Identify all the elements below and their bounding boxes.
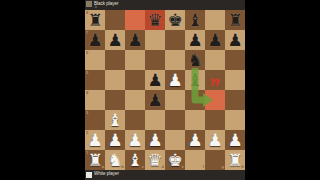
square-g3[interactable] — [205, 110, 225, 130]
piece-black-pawn[interactable]: ♟ — [105, 30, 125, 50]
square-f1[interactable]: f — [185, 150, 205, 170]
piece-white-pawn[interactable]: ♟ — [165, 70, 185, 90]
coordinate-label: 6 — [86, 51, 88, 55]
square-f2[interactable]: ♟ — [185, 130, 205, 150]
piece-black-pawn[interactable]: ♟ — [185, 30, 205, 50]
square-a4[interactable]: 4 — [85, 90, 105, 110]
piece-black-pawn[interactable]: ♟ — [85, 30, 105, 50]
square-b7[interactable]: ♟ — [105, 30, 125, 50]
square-f7[interactable]: ♟ — [185, 30, 205, 50]
square-h1[interactable]: h♜ — [225, 150, 245, 170]
piece-white-rook[interactable]: ♜ — [225, 150, 245, 170]
square-f4[interactable] — [185, 90, 205, 110]
square-a2[interactable]: 2♟ — [85, 130, 105, 150]
square-h2[interactable]: ♟ — [225, 130, 245, 150]
coordinate-label: 3 — [86, 111, 88, 115]
piece-white-pawn[interactable]: ♟ — [205, 130, 225, 150]
piece-black-king[interactable]: ♚ — [165, 10, 185, 30]
piece-white-pawn[interactable]: ♟ — [125, 130, 145, 150]
piece-white-king[interactable]: ♚ — [165, 150, 185, 170]
square-g1[interactable]: g — [205, 150, 225, 170]
piece-white-pawn[interactable]: ♟ — [105, 130, 125, 150]
square-c2[interactable]: ♟ — [125, 130, 145, 150]
square-a5[interactable]: 5 — [85, 70, 105, 90]
piece-black-rook[interactable]: ♜ — [225, 10, 245, 30]
bottom-player-bar: White player — [85, 170, 245, 180]
piece-white-pawn[interactable]: ♟ — [145, 130, 165, 150]
move-highlight — [205, 90, 225, 110]
square-c8[interactable] — [125, 10, 145, 30]
square-h6[interactable] — [225, 50, 245, 70]
square-e3[interactable] — [165, 110, 185, 130]
piece-black-rook[interactable]: ♜ — [85, 10, 105, 30]
coordinate-label: 4 — [86, 91, 88, 95]
square-d3[interactable] — [145, 110, 165, 130]
square-b1[interactable]: b♞ — [105, 150, 125, 170]
coordinate-label: f — [203, 165, 204, 169]
square-b6[interactable] — [105, 50, 125, 70]
piece-white-knight[interactable]: ♞ — [105, 150, 125, 170]
piece-black-pawn[interactable]: ♟ — [145, 90, 165, 110]
square-c7[interactable]: ♟ — [125, 30, 145, 50]
square-b2[interactable]: ♟ — [105, 130, 125, 150]
top-captured-pieces: ♙ — [94, 5, 98, 9]
top-player-name: Black player — [94, 1, 119, 6]
square-g2[interactable]: ♟ — [205, 130, 225, 150]
square-a8[interactable]: 8♜ — [85, 10, 105, 30]
coordinate-label: g — [222, 165, 224, 169]
game-frame: Black player ♙ ?? 8♜♛♚♝♜7♟♟♟♟♟♟6♞5♟♟♝4♟3… — [85, 0, 245, 180]
coordinate-label: 5 — [86, 71, 88, 75]
square-g4[interactable] — [205, 90, 225, 110]
square-c5[interactable] — [125, 70, 145, 90]
square-c3[interactable] — [125, 110, 145, 130]
piece-white-bishop[interactable]: ♝ — [125, 150, 145, 170]
square-e2[interactable] — [165, 130, 185, 150]
square-b8[interactable] — [105, 10, 125, 30]
square-e4[interactable] — [165, 90, 185, 110]
square-h8[interactable]: ♜ — [225, 10, 245, 30]
bottom-player-name: White player — [94, 171, 119, 176]
square-c4[interactable] — [125, 90, 145, 110]
square-d1[interactable]: d♛ — [145, 150, 165, 170]
square-e5[interactable]: ♟ — [165, 70, 185, 90]
square-d2[interactable]: ♟ — [145, 130, 165, 150]
square-b4[interactable] — [105, 90, 125, 110]
square-h5[interactable] — [225, 70, 245, 90]
piece-black-pawn[interactable]: ♟ — [205, 30, 225, 50]
square-a3[interactable]: 3 — [85, 110, 105, 130]
top-player-avatar[interactable] — [86, 1, 92, 7]
move-highlight — [125, 10, 145, 30]
piece-white-queen[interactable]: ♛ — [145, 150, 165, 170]
square-e7[interactable] — [165, 30, 185, 50]
square-d6[interactable] — [145, 50, 165, 70]
blunder-badge: ?? — [206, 80, 224, 88]
piece-black-pawn[interactable]: ♟ — [225, 30, 245, 50]
square-a7[interactable]: 7♟ — [85, 30, 105, 50]
square-f6[interactable]: ♞ — [185, 50, 205, 70]
chess-board[interactable]: ?? 8♜♛♚♝♜7♟♟♟♟♟♟6♞5♟♟♝4♟3♝2♟♟♟♟♟♟♟1a♜b♞c… — [85, 10, 245, 170]
square-e8[interactable]: ♚ — [165, 10, 185, 30]
piece-black-pawn[interactable]: ♟ — [125, 30, 145, 50]
piece-black-bishop[interactable]: ♝ — [185, 70, 205, 90]
piece-black-pawn[interactable]: ♟ — [145, 70, 165, 90]
square-d8[interactable]: ♛ — [145, 10, 165, 30]
square-a1[interactable]: 1a♜ — [85, 150, 105, 170]
square-a6[interactable]: 6 — [85, 50, 105, 70]
top-player-bar: Black player ♙ — [85, 0, 245, 10]
square-f3[interactable] — [185, 110, 205, 130]
square-g8[interactable] — [205, 10, 225, 30]
square-h7[interactable]: ♟ — [225, 30, 245, 50]
square-h3[interactable] — [225, 110, 245, 130]
square-e6[interactable] — [165, 50, 185, 70]
square-h4[interactable] — [225, 90, 245, 110]
square-g6[interactable] — [205, 50, 225, 70]
square-d7[interactable] — [145, 30, 165, 50]
square-g7[interactable]: ♟ — [205, 30, 225, 50]
square-b3[interactable]: ♝ — [105, 110, 125, 130]
piece-black-knight[interactable]: ♞ — [185, 50, 205, 70]
square-d4[interactable]: ♟ — [145, 90, 165, 110]
piece-white-rook[interactable]: ♜ — [85, 150, 105, 170]
square-c6[interactable] — [125, 50, 145, 70]
piece-black-queen[interactable]: ♛ — [145, 10, 165, 30]
piece-white-pawn[interactable]: ♟ — [185, 130, 205, 150]
piece-black-bishop[interactable]: ♝ — [185, 10, 205, 30]
square-e1[interactable]: e♚ — [165, 150, 185, 170]
square-f8[interactable]: ♝ — [185, 10, 205, 30]
piece-white-pawn[interactable]: ♟ — [85, 130, 105, 150]
square-c1[interactable]: c♝ — [125, 150, 145, 170]
piece-white-bishop[interactable]: ♝ — [105, 110, 125, 130]
piece-white-pawn[interactable]: ♟ — [225, 130, 245, 150]
square-b5[interactable] — [105, 70, 125, 90]
square-d5[interactable]: ♟ — [145, 70, 165, 90]
bottom-player-avatar[interactable] — [86, 172, 92, 178]
square-f5[interactable]: ♝ — [185, 70, 205, 90]
